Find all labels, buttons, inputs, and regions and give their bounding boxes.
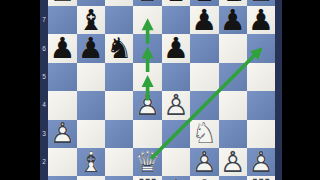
square-f6[interactable]: [190, 34, 218, 62]
square-a1[interactable]: [48, 176, 76, 180]
square-d3[interactable]: [133, 120, 161, 148]
square-h6[interactable]: [247, 34, 275, 62]
white-king-outline-e1: ♔: [162, 176, 190, 180]
square-a5[interactable]: [48, 63, 76, 91]
rank-label-2: 2: [40, 158, 48, 166]
square-c4[interactable]: [105, 91, 133, 119]
square-d6[interactable]: [133, 34, 161, 62]
square-g4[interactable]: [219, 91, 247, 119]
square-d4[interactable]: ♟♙: [133, 91, 161, 119]
letterbox-right: [282, 0, 320, 180]
black-knight-c6: ♞: [105, 34, 133, 62]
black-pawn-a6: ♟: [48, 34, 76, 62]
black-pawn-f7: ♟: [190, 6, 218, 34]
square-d5[interactable]: [133, 63, 161, 91]
square-a3[interactable]: ♟♙: [48, 120, 76, 148]
square-e4[interactable]: ♟♙: [162, 91, 190, 119]
black-pawn-h7: ♟: [247, 6, 275, 34]
square-b1[interactable]: [77, 176, 105, 180]
square-h1[interactable]: ♜♖: [247, 176, 275, 180]
square-f1[interactable]: ♝♗: [190, 176, 218, 180]
white-knight-outline-f3: ♘: [190, 120, 218, 148]
letterbox-left: [0, 0, 40, 180]
black-pawn-e6: ♟: [162, 34, 190, 62]
square-e1[interactable]: ♚♔: [162, 176, 190, 180]
square-h3[interactable]: [247, 120, 275, 148]
square-c5[interactable]: [105, 63, 133, 91]
white-rook-outline-h1: ♖: [247, 176, 275, 180]
square-g7[interactable]: ♟: [219, 6, 247, 34]
white-pawn-outline-d4: ♙: [133, 91, 161, 119]
square-g2[interactable]: ♟♙: [219, 148, 247, 176]
square-g6[interactable]: [219, 34, 247, 62]
square-h5[interactable]: [247, 63, 275, 91]
square-f5[interactable]: [190, 63, 218, 91]
square-g1[interactable]: [219, 176, 247, 180]
square-b5[interactable]: [77, 63, 105, 91]
board-frame-left: [40, 0, 48, 180]
rank-label-7: 7: [40, 16, 48, 24]
black-pawn-b6: ♟: [77, 34, 105, 62]
square-c2[interactable]: [105, 148, 133, 176]
square-d1[interactable]: ♜♖: [133, 176, 161, 180]
white-rook-outline-d1: ♖: [133, 176, 161, 180]
square-b4[interactable]: [77, 91, 105, 119]
video-frame: ♜♛♚♝♞♜♝♟♟♟♟♟♞♟♟♙♟♙♟♙♞♘♝♗♛♕♟♙♟♙♟♙♜♖♚♔♝♗♜♖…: [0, 0, 320, 180]
rank-label-5: 5: [40, 73, 48, 81]
square-e6[interactable]: ♟: [162, 34, 190, 62]
white-pawn-outline-g2: ♙: [219, 148, 247, 176]
square-e5[interactable]: [162, 63, 190, 91]
square-c6[interactable]: ♞: [105, 34, 133, 62]
chess-board[interactable]: ♜♛♚♝♞♜♝♟♟♟♟♟♞♟♟♙♟♙♟♙♞♘♝♗♛♕♟♙♟♙♟♙♜♖♚♔♝♗♜♖: [48, 0, 275, 180]
square-c1[interactable]: [105, 176, 133, 180]
square-a6[interactable]: ♟: [48, 34, 76, 62]
square-h4[interactable]: [247, 91, 275, 119]
white-bishop-outline-b2: ♗: [77, 148, 105, 176]
square-h7[interactable]: ♟: [247, 6, 275, 34]
rank-label-6: 6: [40, 45, 48, 53]
square-g5[interactable]: [219, 63, 247, 91]
square-f3[interactable]: ♞♘: [190, 120, 218, 148]
square-c3[interactable]: [105, 120, 133, 148]
square-b6[interactable]: ♟: [77, 34, 105, 62]
square-b3[interactable]: [77, 120, 105, 148]
square-g3[interactable]: [219, 120, 247, 148]
black-pawn-g7: ♟: [219, 6, 247, 34]
white-bishop-outline-f1: ♗: [190, 176, 218, 180]
square-b2[interactable]: ♝♗: [77, 148, 105, 176]
white-pawn-outline-e4: ♙: [162, 91, 190, 119]
square-d7[interactable]: [133, 6, 161, 34]
board-frame-right: [275, 0, 282, 180]
square-e3[interactable]: [162, 120, 190, 148]
white-pawn-outline-a3: ♙: [48, 120, 76, 148]
square-a2[interactable]: [48, 148, 76, 176]
rank-label-4: 4: [40, 101, 48, 109]
rank-label-3: 3: [40, 130, 48, 138]
square-f7[interactable]: ♟: [190, 6, 218, 34]
